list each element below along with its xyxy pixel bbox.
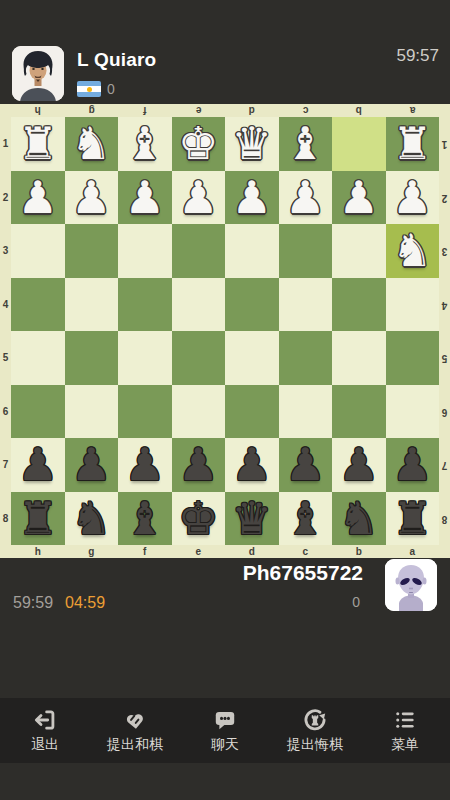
file-label-d: d [225,104,279,117]
rank-label-7: 7 [0,438,11,492]
file-label-b: b [332,104,386,117]
square-d4[interactable] [225,278,279,332]
square-c4[interactable] [279,278,333,332]
square-e1[interactable]: ♚ [172,117,226,171]
file-label-h: h [11,104,65,117]
rank-label-5: 5 [0,331,11,385]
black-pawn[interactable]: ♟ [232,442,272,487]
square-e7[interactable]: ♟ [172,438,226,492]
black-bishop[interactable]: ♝ [285,496,325,541]
square-e8[interactable]: ♚ [172,492,226,546]
file-label-a: a [386,104,440,117]
square-e2[interactable]: ♟ [172,171,226,225]
white-knight[interactable]: ♞ [392,228,432,273]
white-bishop[interactable]: ♝ [125,121,165,166]
rank-labels-left: 12345678 [0,117,11,545]
takeback-label: 提出悔棋 [287,736,343,752]
square-e5[interactable] [172,331,226,385]
square-f1[interactable]: ♝ [118,117,172,171]
square-g2[interactable]: ♟ [65,171,119,225]
rank-label-6: 6 [0,385,11,439]
white-pawn[interactable]: ♟ [125,175,165,220]
black-pawn[interactable]: ♟ [71,442,111,487]
square-b4[interactable] [332,278,386,332]
file-label-f: f [118,545,172,558]
square-f5[interactable] [118,331,172,385]
takeback-button[interactable]: 提出悔棋 [270,698,360,763]
black-queen[interactable]: ♛ [232,496,272,541]
offer-draw-label: 提出和棋 [107,736,163,752]
takeback-icon [302,707,328,733]
file-label-c: c [279,104,333,117]
square-a5[interactable] [386,331,440,385]
square-e4[interactable] [172,278,226,332]
square-a2[interactable]: ♟ [386,171,440,225]
bottom-player-move-clock: 04:59 [65,594,105,612]
rank-label-1: 1 [439,117,450,171]
bottom-player-name: Ph67655722 [243,561,363,585]
square-e6[interactable] [172,385,226,439]
square-g8[interactable]: ♞ [65,492,119,546]
white-pawn[interactable]: ♟ [339,175,379,220]
bottom-player-panel: Ph67655722 0 59:59 04:59 [0,558,450,698]
white-pawn[interactable]: ♟ [285,175,325,220]
square-c6[interactable] [279,385,333,439]
square-d3[interactable] [225,224,279,278]
square-c2[interactable]: ♟ [279,171,333,225]
file-labels-bottom: hgfedcba [0,545,450,558]
chess-board: hgfedcba 12345678 ♜♞♝♚♛♝♜♟♟♟♟♟♟♟♟♞♟♟♟♟♟♟… [0,104,450,558]
square-a7[interactable]: ♟ [386,438,440,492]
square-f7[interactable]: ♟ [118,438,172,492]
white-pawn[interactable]: ♟ [18,175,58,220]
top-player-avatar [12,46,64,101]
black-king[interactable]: ♚ [178,496,218,541]
argentina-flag-icon [77,81,101,97]
square-g6[interactable] [65,385,119,439]
rank-label-1: 1 [0,117,11,171]
rank-label-8: 8 [439,492,450,546]
square-d6[interactable] [225,385,279,439]
top-player-name: L Quiaro [77,49,156,71]
bottom-toolbar: 退出 提出和棋 聊天 [0,698,450,763]
square-h5[interactable] [11,331,65,385]
rank-label-7: 7 [439,438,450,492]
square-a6[interactable] [386,385,440,439]
square-b7[interactable]: ♟ [332,438,386,492]
black-rook[interactable]: ♜ [18,496,58,541]
menu-icon [392,707,418,733]
menu-button[interactable]: 菜单 [360,698,450,763]
square-c7[interactable]: ♟ [279,438,333,492]
square-g7[interactable]: ♟ [65,438,119,492]
square-b8[interactable]: ♞ [332,492,386,546]
square-h2[interactable]: ♟ [11,171,65,225]
square-d7[interactable]: ♟ [225,438,279,492]
square-e3[interactable] [172,224,226,278]
black-knight[interactable]: ♞ [71,496,111,541]
square-h3[interactable] [11,224,65,278]
black-pawn[interactable]: ♟ [18,442,58,487]
square-d5[interactable] [225,331,279,385]
square-f8[interactable]: ♝ [118,492,172,546]
white-pawn[interactable]: ♟ [178,175,218,220]
board-squares: ♜♞♝♚♛♝♜♟♟♟♟♟♟♟♟♞♟♟♟♟♟♟♟♟♜♞♝♚♛♝♞♜ [11,117,439,545]
file-label-c: c [279,545,333,558]
man-avatar-illustration [12,46,64,101]
square-c5[interactable] [279,331,333,385]
offer-draw-button[interactable]: 提出和棋 [90,698,180,763]
file-label-d: d [225,545,279,558]
rank-label-4: 4 [439,278,450,332]
white-bishop[interactable]: ♝ [285,121,325,166]
square-b1[interactable] [332,117,386,171]
white-pawn[interactable]: ♟ [232,175,272,220]
rank-label-5: 5 [439,331,450,385]
app-screen: L Quiaro 0 59:57 hgfedcba 12345678 ♜♞♝♚♛… [0,0,450,800]
square-h8[interactable]: ♜ [11,492,65,546]
black-pawn[interactable]: ♟ [178,442,218,487]
file-label-h: h [11,545,65,558]
file-label-f: f [118,104,172,117]
rank-label-2: 2 [0,171,11,225]
square-h7[interactable]: ♟ [11,438,65,492]
square-b6[interactable] [332,385,386,439]
white-knight[interactable]: ♞ [71,121,111,166]
square-d2[interactable]: ♟ [225,171,279,225]
rank-label-4: 4 [0,278,11,332]
black-pawn[interactable]: ♟ [392,442,432,487]
rank-label-2: 2 [439,171,450,225]
black-pawn[interactable]: ♟ [339,442,379,487]
square-g3[interactable] [65,224,119,278]
file-label-e: e [172,104,226,117]
black-pawn[interactable]: ♟ [285,442,325,487]
square-d1[interactable]: ♛ [225,117,279,171]
rank-label-6: 6 [439,385,450,439]
bottom-player-avatar [385,559,437,611]
square-f4[interactable] [118,278,172,332]
exit-icon [32,707,58,733]
black-bishop[interactable]: ♝ [125,496,165,541]
rank-label-8: 8 [0,492,11,546]
square-f3[interactable] [118,224,172,278]
chat-icon [212,707,238,733]
file-label-g: g [65,545,119,558]
file-labels-top: hgfedcba [0,104,450,117]
menu-label: 菜单 [391,736,419,752]
top-player-panel: L Quiaro 0 59:57 [0,40,450,104]
white-pawn[interactable]: ♟ [392,175,432,220]
file-label-b: b [332,545,386,558]
square-b3[interactable] [332,224,386,278]
white-rook[interactable]: ♜ [392,121,432,166]
square-b5[interactable] [332,331,386,385]
square-h4[interactable] [11,278,65,332]
square-b2[interactable]: ♟ [332,171,386,225]
white-rook[interactable]: ♜ [18,121,58,166]
square-h6[interactable] [11,385,65,439]
file-label-a: a [386,545,440,558]
file-label-e: e [172,545,226,558]
square-f6[interactable] [118,385,172,439]
square-f2[interactable]: ♟ [118,171,172,225]
square-c8[interactable]: ♝ [279,492,333,546]
bottom-player-rating: 0 [352,594,360,610]
chat-label: 聊天 [211,736,239,752]
chat-button[interactable]: 聊天 [180,698,270,763]
alien-avatar-illustration [385,559,437,611]
exit-button[interactable]: 退出 [0,698,90,763]
black-pawn[interactable]: ♟ [125,442,165,487]
square-g5[interactable] [65,331,119,385]
rank-label-3: 3 [0,224,11,278]
white-king[interactable]: ♚ [178,121,218,166]
square-c1[interactable]: ♝ [279,117,333,171]
square-a8[interactable]: ♜ [386,492,440,546]
black-knight[interactable]: ♞ [339,496,379,541]
top-player-rating: 0 [107,81,115,97]
exit-label: 退出 [31,736,59,752]
square-a1[interactable]: ♜ [386,117,440,171]
square-a4[interactable] [386,278,440,332]
square-g4[interactable] [65,278,119,332]
square-a3[interactable]: ♞ [386,224,440,278]
square-d8[interactable]: ♛ [225,492,279,546]
top-player-clock: 59:57 [396,46,439,66]
square-g1[interactable]: ♞ [65,117,119,171]
white-queen[interactable]: ♛ [232,121,272,166]
file-label-g: g [65,104,119,117]
square-c3[interactable] [279,224,333,278]
bottom-player-clock: 59:59 [13,594,53,612]
white-pawn[interactable]: ♟ [71,175,111,220]
rank-labels-right: 12345678 [439,117,450,545]
square-h1[interactable]: ♜ [11,117,65,171]
handshake-icon [122,707,148,733]
black-rook[interactable]: ♜ [392,496,432,541]
rank-label-3: 3 [439,224,450,278]
